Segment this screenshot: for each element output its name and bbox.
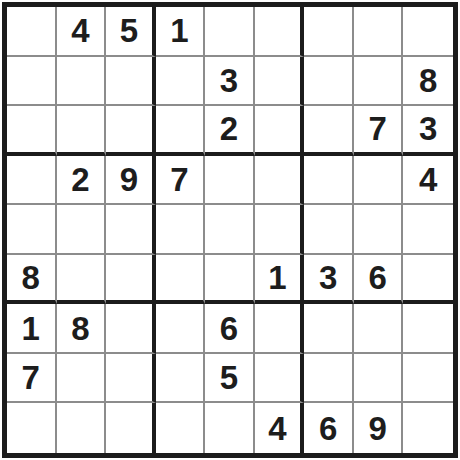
cell-r2c2[interactable] — [57, 57, 107, 107]
cell-r2c6[interactable] — [255, 57, 305, 107]
cell-r4c9[interactable]: 4 — [403, 156, 453, 206]
cell-r2c5[interactable]: 3 — [205, 57, 255, 107]
cell-r6c4[interactable] — [156, 255, 206, 305]
cell-r9c3[interactable] — [106, 403, 156, 453]
cell-r4c7[interactable] — [304, 156, 354, 206]
cell-r8c7[interactable] — [304, 354, 354, 404]
cell-r3c6[interactable] — [255, 106, 305, 156]
cell-r4c8[interactable] — [354, 156, 404, 206]
cell-r1c4[interactable]: 1 — [156, 7, 206, 57]
cell-r9c6[interactable]: 4 — [255, 403, 305, 453]
cell-r2c8[interactable] — [354, 57, 404, 107]
cell-r4c5[interactable] — [205, 156, 255, 206]
cell-r3c3[interactable] — [106, 106, 156, 156]
cell-r3c5[interactable]: 2 — [205, 106, 255, 156]
cell-r1c7[interactable] — [304, 7, 354, 57]
cell-r8c3[interactable] — [106, 354, 156, 404]
cell-r5c6[interactable] — [255, 205, 305, 255]
cell-r7c6[interactable] — [255, 304, 305, 354]
cell-r1c6[interactable] — [255, 7, 305, 57]
cell-r3c2[interactable] — [57, 106, 107, 156]
cell-r6c1[interactable]: 8 — [7, 255, 57, 305]
cell-r9c1[interactable] — [7, 403, 57, 453]
cell-r5c7[interactable] — [304, 205, 354, 255]
cell-r1c5[interactable] — [205, 7, 255, 57]
cell-r9c4[interactable] — [156, 403, 206, 453]
cell-r9c5[interactable] — [205, 403, 255, 453]
cell-r1c2[interactable]: 4 — [57, 7, 107, 57]
cell-r5c2[interactable] — [57, 205, 107, 255]
cell-r4c6[interactable] — [255, 156, 305, 206]
cell-r7c4[interactable] — [156, 304, 206, 354]
cell-r1c9[interactable] — [403, 7, 453, 57]
cell-r9c8[interactable]: 9 — [354, 403, 404, 453]
cell-r6c5[interactable] — [205, 255, 255, 305]
cell-r2c7[interactable] — [304, 57, 354, 107]
cell-r6c3[interactable] — [106, 255, 156, 305]
cell-r7c7[interactable] — [304, 304, 354, 354]
cell-r8c5[interactable]: 5 — [205, 354, 255, 404]
cell-r3c4[interactable] — [156, 106, 206, 156]
cell-r6c6[interactable]: 1 — [255, 255, 305, 305]
cell-r7c3[interactable] — [106, 304, 156, 354]
cell-r8c4[interactable] — [156, 354, 206, 404]
cell-r7c8[interactable] — [354, 304, 404, 354]
cell-r1c8[interactable] — [354, 7, 404, 57]
cell-r5c9[interactable] — [403, 205, 453, 255]
cell-r4c1[interactable] — [7, 156, 57, 206]
cell-r6c9[interactable] — [403, 255, 453, 305]
cell-r5c5[interactable] — [205, 205, 255, 255]
cell-r5c8[interactable] — [354, 205, 404, 255]
cell-r7c2[interactable]: 8 — [57, 304, 107, 354]
cell-r7c5[interactable]: 6 — [205, 304, 255, 354]
cell-r6c7[interactable]: 3 — [304, 255, 354, 305]
sudoku-board: 451382732974813618675469 — [2, 2, 458, 458]
cell-r8c1[interactable]: 7 — [7, 354, 57, 404]
cell-r9c9[interactable] — [403, 403, 453, 453]
cell-r3c9[interactable]: 3 — [403, 106, 453, 156]
cell-r9c7[interactable]: 6 — [304, 403, 354, 453]
cell-r7c1[interactable]: 1 — [7, 304, 57, 354]
cell-r8c9[interactable] — [403, 354, 453, 404]
cell-r7c9[interactable] — [403, 304, 453, 354]
cell-r5c1[interactable] — [7, 205, 57, 255]
cell-r4c3[interactable]: 9 — [106, 156, 156, 206]
cell-r2c4[interactable] — [156, 57, 206, 107]
cell-r8c6[interactable] — [255, 354, 305, 404]
cell-r6c2[interactable] — [57, 255, 107, 305]
cell-r8c2[interactable] — [57, 354, 107, 404]
cell-r3c8[interactable]: 7 — [354, 106, 404, 156]
cell-r6c8[interactable]: 6 — [354, 255, 404, 305]
cell-r3c7[interactable] — [304, 106, 354, 156]
cell-r5c4[interactable] — [156, 205, 206, 255]
cell-r4c2[interactable]: 2 — [57, 156, 107, 206]
cell-r1c3[interactable]: 5 — [106, 7, 156, 57]
cell-r8c8[interactable] — [354, 354, 404, 404]
cell-r2c9[interactable]: 8 — [403, 57, 453, 107]
cell-r4c4[interactable]: 7 — [156, 156, 206, 206]
cell-r2c1[interactable] — [7, 57, 57, 107]
cell-r3c1[interactable] — [7, 106, 57, 156]
cell-r1c1[interactable] — [7, 7, 57, 57]
cell-r2c3[interactable] — [106, 57, 156, 107]
cell-r9c2[interactable] — [57, 403, 107, 453]
cell-r5c3[interactable] — [106, 205, 156, 255]
